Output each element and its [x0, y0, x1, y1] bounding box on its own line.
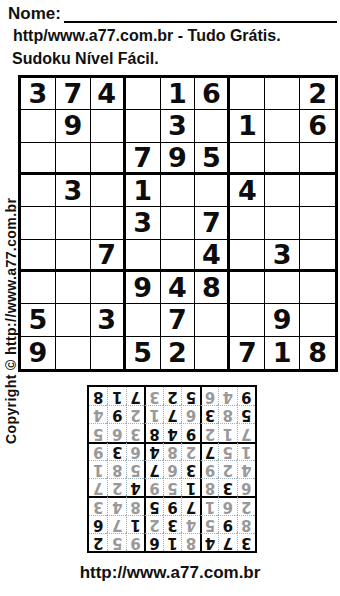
- puzzle-cell-r8c5: 7: [161, 304, 196, 336]
- solution-cell-r4c9: 7: [89, 478, 107, 496]
- puzzle-cell-r8c2: [56, 304, 91, 336]
- puzzle-cell-r8c6: [195, 304, 230, 336]
- solution-cell-r7c6: 8: [144, 423, 162, 441]
- puzzle-cell-r5c1: [21, 207, 56, 239]
- solution-grid: 3748169528954321762617958436381594274293…: [87, 385, 257, 553]
- solution-cell-r4c8: 2: [107, 478, 125, 496]
- copyright-vertical-text: Copyright © http://www.a77.com.br: [3, 86, 19, 444]
- puzzle-cell-r2c9: 6: [300, 110, 335, 142]
- solution-cell-r8c6: 1: [144, 405, 162, 423]
- puzzle-cell-r9c2: [56, 337, 91, 369]
- solution-cell-r2c1: 8: [237, 515, 255, 533]
- solution-cell-r7c2: 1: [218, 423, 236, 441]
- puzzle-cell-r5c9: [300, 207, 335, 239]
- footer-url: http://www.a77.com.br: [0, 563, 340, 583]
- solution-cell-r1c1: 3: [237, 533, 255, 551]
- puzzle-cell-r6c3: 7: [91, 240, 126, 272]
- solution-cell-r4c1: 6: [237, 478, 255, 496]
- solution-cell-r5c2: 2: [218, 460, 236, 478]
- puzzle-cell-r2c4: [126, 110, 161, 142]
- page-header: Nome: http/www.a77.com.br - Tudo Grátis.…: [8, 4, 337, 68]
- puzzle-cell-r2c2: 9: [56, 110, 91, 142]
- solution-cell-r7c4: 9: [181, 423, 199, 441]
- puzzle-cell-r2c5: 3: [161, 110, 196, 142]
- solution-cell-r4c5: 5: [163, 478, 181, 496]
- puzzle-cell-r4c2: 3: [56, 175, 91, 207]
- solution-cell-r6c3: 7: [200, 442, 218, 460]
- puzzle-cell-r2c6: [195, 110, 230, 142]
- puzzle-cell-r9c3: [91, 337, 126, 369]
- puzzle-cell-r8c3: 3: [91, 304, 126, 336]
- puzzle-cell-r8c8: 9: [265, 304, 300, 336]
- solution-cell-r9c9: 8: [89, 387, 107, 405]
- solution-cell-r1c3: 4: [200, 533, 218, 551]
- puzzle-cell-r6c2: [56, 240, 91, 272]
- solution-cell-r5c1: 4: [237, 460, 255, 478]
- solution-cell-r2c6: 2: [144, 515, 162, 533]
- solution-cell-r1c9: 2: [89, 533, 107, 551]
- puzzle-cell-r6c4: [126, 240, 161, 272]
- puzzle-cell-r9c4: 5: [126, 337, 161, 369]
- puzzle-cell-r7c5: 4: [161, 272, 196, 304]
- puzzle-cell-r3c6: 5: [195, 143, 230, 175]
- solution-cell-r6c9: 9: [89, 442, 107, 460]
- solution-cell-r8c7: 2: [126, 405, 144, 423]
- puzzle-cell-r9c5: 2: [161, 337, 196, 369]
- solution-cell-r6c2: 5: [218, 442, 236, 460]
- puzzle-cell-r5c4: 3: [126, 207, 161, 239]
- solution-cell-r5c6: 7: [144, 460, 162, 478]
- name-row: Nome:: [8, 4, 337, 23]
- puzzle-cell-r1c4: [126, 78, 161, 110]
- puzzle-cell-r9c1: 9: [21, 337, 56, 369]
- puzzle-cell-r3c4: 7: [126, 143, 161, 175]
- puzzle-cell-r2c7: 1: [230, 110, 265, 142]
- solution-cell-r9c5: 2: [163, 387, 181, 405]
- solution-cell-r7c5: 4: [163, 423, 181, 441]
- puzzle-cell-r5c2: [56, 207, 91, 239]
- solution-cell-r9c7: 7: [126, 387, 144, 405]
- puzzle-cell-r3c1: [21, 143, 56, 175]
- solution-cell-r1c8: 5: [107, 533, 125, 551]
- puzzle-cell-r6c6: 4: [195, 240, 230, 272]
- puzzle-cell-r7c1: [21, 272, 56, 304]
- solution-cell-r1c4: 8: [181, 533, 199, 551]
- solution-cell-r4c4: 1: [181, 478, 199, 496]
- puzzle-cell-r6c8: 3: [265, 240, 300, 272]
- solution-cell-r5c4: 3: [181, 460, 199, 478]
- solution-cell-r6c7: 6: [126, 442, 144, 460]
- puzzle-cell-r7c6: 8: [195, 272, 230, 304]
- solution-cell-r5c3: 9: [200, 460, 218, 478]
- puzzle-cell-r1c3: 4: [91, 78, 126, 110]
- puzzle-cell-r6c9: [300, 240, 335, 272]
- puzzle-level-title: Sudoku Nível Fácil.: [12, 50, 337, 68]
- solution-cell-r4c6: 9: [144, 478, 162, 496]
- puzzle-cell-r2c1: [21, 110, 56, 142]
- solution-cell-r3c2: 6: [218, 496, 236, 514]
- solution-cell-r9c6: 3: [144, 387, 162, 405]
- puzzle-cell-r5c8: [265, 207, 300, 239]
- solution-cell-r7c3: 2: [200, 423, 218, 441]
- puzzle-cell-r3c9: [300, 143, 335, 175]
- solution-cell-r5c9: 1: [89, 460, 107, 478]
- puzzle-cell-r4c3: [91, 175, 126, 207]
- solution-cell-r8c2: 8: [218, 405, 236, 423]
- solution-cell-r2c7: 1: [126, 515, 144, 533]
- puzzle-cell-r8c9: [300, 304, 335, 336]
- solution-cell-r4c3: 8: [200, 478, 218, 496]
- puzzle-cell-r8c7: [230, 304, 265, 336]
- solution-cell-r8c5: 7: [163, 405, 181, 423]
- solution-cell-r2c2: 9: [218, 515, 236, 533]
- puzzle-cell-r9c8: 1: [265, 337, 300, 369]
- name-fill-line: [64, 4, 337, 23]
- solution-cell-r8c9: 4: [89, 405, 107, 423]
- puzzle-cell-r5c6: 7: [195, 207, 230, 239]
- site-tagline: http/www.a77.com.br - Tudo Grátis.: [13, 27, 337, 45]
- puzzle-cell-r3c3: [91, 143, 126, 175]
- puzzle-cell-r9c7: 7: [230, 337, 265, 369]
- puzzle-cell-r2c8: [265, 110, 300, 142]
- solution-cell-r2c3: 5: [200, 515, 218, 533]
- puzzle-cell-r1c9: 2: [300, 78, 335, 110]
- solution-cell-r7c1: 7: [237, 423, 255, 441]
- solution-cell-r5c8: 8: [107, 460, 125, 478]
- puzzle-cell-r4c7: 4: [230, 175, 265, 207]
- puzzle-cell-r3c2: [56, 143, 91, 175]
- solution-cell-r6c8: 3: [107, 442, 125, 460]
- puzzle-cell-r1c1: 3: [21, 78, 56, 110]
- solution-cell-r4c2: 3: [218, 478, 236, 496]
- solution-cell-r9c8: 1: [107, 387, 125, 405]
- puzzle-cell-r5c7: [230, 207, 265, 239]
- solution-cell-r9c4: 5: [181, 387, 199, 405]
- solution-cell-r3c5: 9: [163, 496, 181, 514]
- puzzle-cell-r1c7: [230, 78, 265, 110]
- puzzle-cell-r1c8: [265, 78, 300, 110]
- puzzle-cell-r6c7: [230, 240, 265, 272]
- solution-cell-r2c4: 4: [181, 515, 199, 533]
- name-label: Nome:: [8, 4, 61, 23]
- solution-cell-r8c4: 6: [181, 405, 199, 423]
- solution-cell-r7c9: 5: [89, 423, 107, 441]
- solution-cell-r5c5: 6: [163, 460, 181, 478]
- puzzle-cell-r4c4: 1: [126, 175, 161, 207]
- solution-cell-r1c2: 7: [218, 533, 236, 551]
- puzzle-cell-r1c2: 7: [56, 78, 91, 110]
- puzzle-cell-r4c1: [21, 175, 56, 207]
- puzzle-cell-r4c5: [161, 175, 196, 207]
- solution-cell-r3c4: 7: [181, 496, 199, 514]
- puzzle-cell-r8c4: [126, 304, 161, 336]
- puzzle-grid: 3741629316795314377439485379952718: [18, 75, 338, 372]
- solution-cell-r7c8: 6: [107, 423, 125, 441]
- solution-cell-r8c1: 5: [237, 405, 255, 423]
- solution-cell-r3c3: 1: [200, 496, 218, 514]
- solution-cell-r5c7: 5: [126, 460, 144, 478]
- solution-cell-r2c9: 6: [89, 515, 107, 533]
- puzzle-cell-r9c6: [195, 337, 230, 369]
- puzzle-cell-r7c3: [91, 272, 126, 304]
- puzzle-cell-r4c8: [265, 175, 300, 207]
- solution-cell-r3c9: 3: [89, 496, 107, 514]
- solution-cell-r2c5: 3: [163, 515, 181, 533]
- puzzle-cell-r5c5: [161, 207, 196, 239]
- puzzle-cell-r7c4: 9: [126, 272, 161, 304]
- solution-cell-r6c4: 2: [181, 442, 199, 460]
- solution-cell-r7c7: 3: [126, 423, 144, 441]
- puzzle-cell-r9c9: 8: [300, 337, 335, 369]
- puzzle-cell-r4c6: [195, 175, 230, 207]
- solution-cell-r3c8: 4: [107, 496, 125, 514]
- solution-cell-r1c6: 6: [144, 533, 162, 551]
- puzzle-cell-r1c6: 6: [195, 78, 230, 110]
- puzzle-cell-r2c3: [91, 110, 126, 142]
- solution-cell-r9c1: 9: [237, 387, 255, 405]
- puzzle-cell-r7c2: [56, 272, 91, 304]
- solution-cell-r9c2: 4: [218, 387, 236, 405]
- solution-cell-r2c8: 7: [107, 515, 125, 533]
- puzzle-cell-r7c9: [300, 272, 335, 304]
- solution-cell-r8c8: 9: [107, 405, 125, 423]
- solution-cell-r6c1: 1: [237, 442, 255, 460]
- solution-cell-r9c3: 6: [200, 387, 218, 405]
- solution-cell-r4c7: 4: [126, 478, 144, 496]
- puzzle-cell-r5c3: [91, 207, 126, 239]
- solution-cell-r6c6: 4: [144, 442, 162, 460]
- puzzle-cell-r4c9: [300, 175, 335, 207]
- puzzle-cell-r8c1: 5: [21, 304, 56, 336]
- solution-cell-r3c1: 2: [237, 496, 255, 514]
- puzzle-cell-r3c5: 9: [161, 143, 196, 175]
- puzzle-cell-r3c8: [265, 143, 300, 175]
- puzzle-cell-r7c7: [230, 272, 265, 304]
- puzzle-cell-r1c5: 1: [161, 78, 196, 110]
- solution-cell-r3c7: 8: [126, 496, 144, 514]
- solution-cell-r1c5: 1: [163, 533, 181, 551]
- solution-cell-r8c3: 3: [200, 405, 218, 423]
- puzzle-cell-r6c5: [161, 240, 196, 272]
- solution-cell-r3c6: 5: [144, 496, 162, 514]
- puzzle-cell-r3c7: [230, 143, 265, 175]
- puzzle-cell-r7c8: [265, 272, 300, 304]
- puzzle-cell-r6c1: [21, 240, 56, 272]
- solution-cell-r1c7: 9: [126, 533, 144, 551]
- solution-cell-r6c5: 8: [163, 442, 181, 460]
